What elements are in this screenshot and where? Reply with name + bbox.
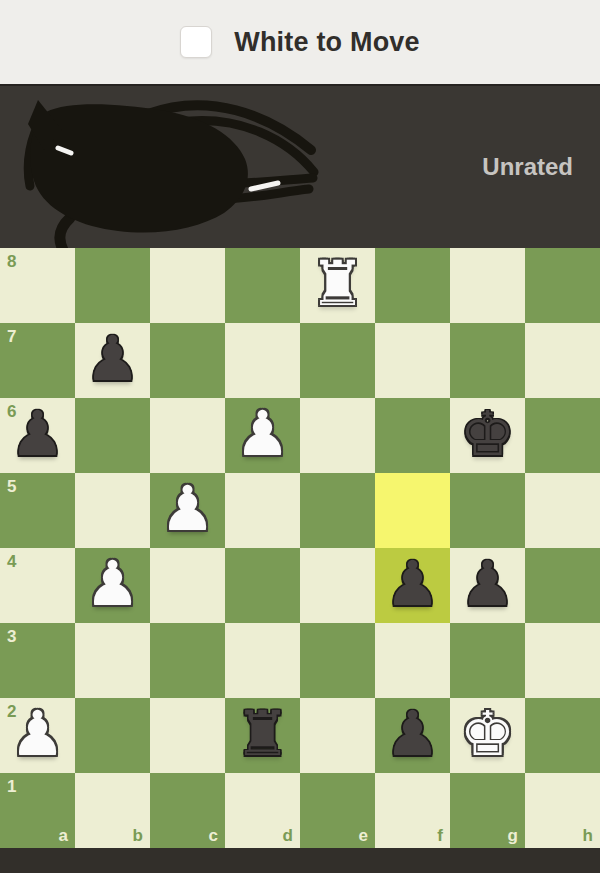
square-a7[interactable]: 7 bbox=[0, 323, 75, 398]
square-e6[interactable] bbox=[300, 398, 375, 473]
square-e8[interactable]: ♜ bbox=[300, 248, 375, 323]
puzzle-header: White to Move bbox=[0, 0, 600, 84]
chess-board: 8♜7♟6♟♟♚5♟4♟♟♟32♟♜♟♚1abcdefgh bbox=[0, 248, 600, 848]
rating-status: Unrated bbox=[482, 153, 573, 181]
square-d7[interactable] bbox=[225, 323, 300, 398]
square-b5[interactable] bbox=[75, 473, 150, 548]
file-label-h: h bbox=[583, 827, 593, 844]
square-f2[interactable]: ♟ bbox=[375, 698, 450, 773]
square-g1[interactable]: g bbox=[450, 773, 525, 848]
square-g8[interactable] bbox=[450, 248, 525, 323]
square-b3[interactable] bbox=[75, 623, 150, 698]
square-e7[interactable] bbox=[300, 323, 375, 398]
square-f3[interactable] bbox=[375, 623, 450, 698]
square-b1[interactable]: b bbox=[75, 773, 150, 848]
white-pawn[interactable]: ♟ bbox=[150, 473, 225, 548]
square-a6[interactable]: 6♟ bbox=[0, 398, 75, 473]
square-h5[interactable] bbox=[525, 473, 600, 548]
square-b7[interactable]: ♟ bbox=[75, 323, 150, 398]
square-a8[interactable]: 8 bbox=[0, 248, 75, 323]
square-c1[interactable]: c bbox=[150, 773, 225, 848]
bottom-bar bbox=[0, 848, 600, 873]
file-label-f: f bbox=[437, 827, 443, 844]
black-pawn[interactable]: ♟ bbox=[375, 698, 450, 773]
square-a1[interactable]: 1a bbox=[0, 773, 75, 848]
square-g3[interactable] bbox=[450, 623, 525, 698]
white-pawn[interactable]: ♟ bbox=[0, 698, 75, 773]
rank-label-5: 5 bbox=[7, 478, 16, 495]
white-king[interactable]: ♚ bbox=[450, 698, 525, 773]
square-h4[interactable] bbox=[525, 548, 600, 623]
puzzle-info-banner: Unrated bbox=[0, 84, 600, 248]
square-b8[interactable] bbox=[75, 248, 150, 323]
square-f1[interactable]: f bbox=[375, 773, 450, 848]
rank-label-3: 3 bbox=[7, 628, 16, 645]
white-pawn[interactable]: ♟ bbox=[75, 548, 150, 623]
file-label-b: b bbox=[133, 827, 143, 844]
square-h2[interactable] bbox=[525, 698, 600, 773]
square-d2[interactable]: ♜ bbox=[225, 698, 300, 773]
rank-label-4: 4 bbox=[7, 553, 16, 570]
square-d3[interactable] bbox=[225, 623, 300, 698]
white-rook[interactable]: ♜ bbox=[300, 248, 375, 323]
square-h8[interactable] bbox=[525, 248, 600, 323]
black-king[interactable]: ♚ bbox=[450, 398, 525, 473]
square-h6[interactable] bbox=[525, 398, 600, 473]
app-screen: White to Move Unrated 8♜7♟6♟♟♚5♟4♟♟♟32♟♜… bbox=[0, 0, 600, 873]
square-a2[interactable]: 2♟ bbox=[0, 698, 75, 773]
file-label-a: a bbox=[59, 827, 68, 844]
file-label-d: d bbox=[283, 827, 293, 844]
rank-label-8: 8 bbox=[7, 253, 16, 270]
square-g5[interactable] bbox=[450, 473, 525, 548]
black-pawn[interactable]: ♟ bbox=[450, 548, 525, 623]
square-b6[interactable] bbox=[75, 398, 150, 473]
square-d1[interactable]: d bbox=[225, 773, 300, 848]
black-rook[interactable]: ♜ bbox=[225, 698, 300, 773]
square-c5[interactable]: ♟ bbox=[150, 473, 225, 548]
white-pawn[interactable]: ♟ bbox=[225, 398, 300, 473]
black-pawn[interactable]: ♟ bbox=[375, 548, 450, 623]
square-c2[interactable] bbox=[150, 698, 225, 773]
square-b2[interactable] bbox=[75, 698, 150, 773]
rank-label-7: 7 bbox=[7, 328, 16, 345]
square-e5[interactable] bbox=[300, 473, 375, 548]
square-d8[interactable] bbox=[225, 248, 300, 323]
page-title: White to Move bbox=[234, 27, 420, 58]
black-pawn[interactable]: ♟ bbox=[0, 398, 75, 473]
square-f4[interactable]: ♟ bbox=[375, 548, 450, 623]
file-label-c: c bbox=[209, 827, 218, 844]
square-a5[interactable]: 5 bbox=[0, 473, 75, 548]
square-g6[interactable]: ♚ bbox=[450, 398, 525, 473]
square-a3[interactable]: 3 bbox=[0, 623, 75, 698]
square-e1[interactable]: e bbox=[300, 773, 375, 848]
square-h7[interactable] bbox=[525, 323, 600, 398]
square-h3[interactable] bbox=[525, 623, 600, 698]
redaction-scribble-icon bbox=[8, 90, 338, 248]
square-g2[interactable]: ♚ bbox=[450, 698, 525, 773]
square-d5[interactable] bbox=[225, 473, 300, 548]
square-e2[interactable] bbox=[300, 698, 375, 773]
square-g7[interactable] bbox=[450, 323, 525, 398]
square-g4[interactable]: ♟ bbox=[450, 548, 525, 623]
square-c7[interactable] bbox=[150, 323, 225, 398]
white-to-move-checkbox[interactable] bbox=[180, 26, 212, 58]
square-f6[interactable] bbox=[375, 398, 450, 473]
square-e3[interactable] bbox=[300, 623, 375, 698]
file-label-e: e bbox=[359, 827, 368, 844]
square-f8[interactable] bbox=[375, 248, 450, 323]
square-h1[interactable]: h bbox=[525, 773, 600, 848]
square-a4[interactable]: 4 bbox=[0, 548, 75, 623]
square-f5[interactable] bbox=[375, 473, 450, 548]
square-c8[interactable] bbox=[150, 248, 225, 323]
square-d6[interactable]: ♟ bbox=[225, 398, 300, 473]
square-b4[interactable]: ♟ bbox=[75, 548, 150, 623]
square-c4[interactable] bbox=[150, 548, 225, 623]
file-label-g: g bbox=[508, 827, 518, 844]
square-e4[interactable] bbox=[300, 548, 375, 623]
square-c3[interactable] bbox=[150, 623, 225, 698]
square-f7[interactable] bbox=[375, 323, 450, 398]
black-pawn[interactable]: ♟ bbox=[75, 323, 150, 398]
square-d4[interactable] bbox=[225, 548, 300, 623]
square-c6[interactable] bbox=[150, 398, 225, 473]
rank-label-1: 1 bbox=[7, 778, 16, 795]
